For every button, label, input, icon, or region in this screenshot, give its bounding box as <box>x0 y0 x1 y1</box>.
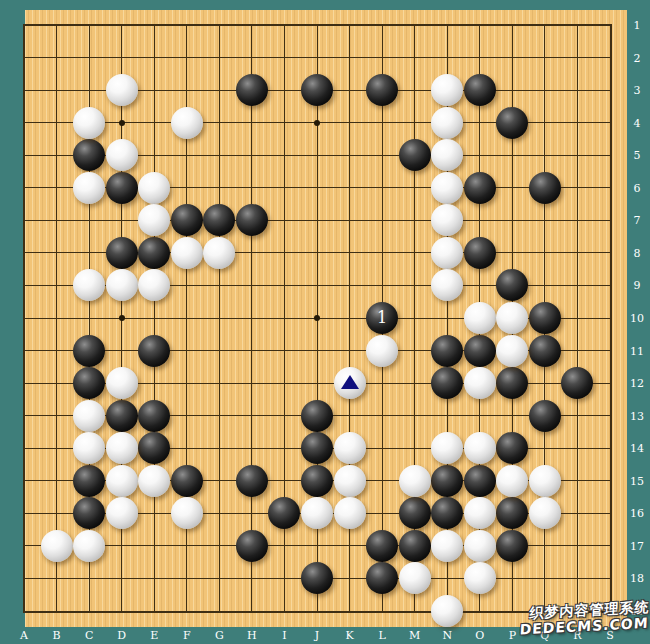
stone-black-E8[interactable] <box>138 237 170 269</box>
stone-white-O14[interactable] <box>464 432 496 464</box>
row-label-16: 16 <box>630 508 644 519</box>
stone-black-M16[interactable] <box>399 497 431 529</box>
row-label-9: 9 <box>634 280 641 291</box>
row-label-4: 4 <box>634 117 641 128</box>
stone-black-H7[interactable] <box>236 204 268 236</box>
row-label-1: 1 <box>634 20 641 31</box>
stone-white-C6[interactable] <box>73 172 105 204</box>
row-label-10: 10 <box>630 313 644 324</box>
column-label-G: G <box>215 630 224 641</box>
stone-black-N15[interactable] <box>431 465 463 497</box>
move-number-label: 1 <box>377 310 387 326</box>
stone-black-E13[interactable] <box>138 400 170 432</box>
dedecms-watermark: 织梦内容管理系统 DEDECMS.COM <box>519 599 650 637</box>
stone-black-P17[interactable] <box>496 530 528 562</box>
stone-black-C15[interactable] <box>73 465 105 497</box>
stone-black-P4[interactable] <box>496 107 528 139</box>
stone-black-F7[interactable] <box>171 204 203 236</box>
column-label-M: M <box>409 630 420 641</box>
stone-black-H15[interactable] <box>236 465 268 497</box>
stone-black-F15[interactable] <box>171 465 203 497</box>
stone-black-C12[interactable] <box>73 367 105 399</box>
star-point-J4 <box>314 120 320 126</box>
stone-black-Q11[interactable] <box>529 335 561 367</box>
stone-black-J3[interactable] <box>301 74 333 106</box>
stone-black-Q6[interactable] <box>529 172 561 204</box>
stone-white-F4[interactable] <box>171 107 203 139</box>
stone-white-C17[interactable] <box>73 530 105 562</box>
row-label-12: 12 <box>630 378 644 389</box>
stone-black-L10[interactable]: 1 <box>366 302 398 334</box>
row-label-11: 11 <box>630 345 644 356</box>
stone-white-F8[interactable] <box>171 237 203 269</box>
column-label-I: I <box>282 630 286 641</box>
stone-white-O10[interactable] <box>464 302 496 334</box>
row-label-14: 14 <box>630 443 644 454</box>
column-label-E: E <box>150 630 158 641</box>
stone-black-J15[interactable] <box>301 465 333 497</box>
stone-white-K16[interactable] <box>334 497 366 529</box>
stone-black-H3[interactable] <box>236 74 268 106</box>
stone-black-H17[interactable] <box>236 530 268 562</box>
stone-black-M5[interactable] <box>399 139 431 171</box>
column-label-B: B <box>53 630 61 641</box>
column-label-P: P <box>509 630 516 641</box>
row-label-17: 17 <box>630 540 644 551</box>
stone-black-D8[interactable] <box>106 237 138 269</box>
stone-black-O11[interactable] <box>464 335 496 367</box>
stone-white-N4[interactable] <box>431 107 463 139</box>
stone-white-Q15[interactable] <box>529 465 561 497</box>
row-label-5: 5 <box>634 150 641 161</box>
column-label-H: H <box>247 630 257 641</box>
row-label-8: 8 <box>634 247 641 258</box>
row-label-18: 18 <box>630 573 644 584</box>
stone-black-O6[interactable] <box>464 172 496 204</box>
star-point-J10 <box>314 315 320 321</box>
column-label-O: O <box>475 630 484 641</box>
stone-white-P15[interactable] <box>496 465 528 497</box>
stone-white-D15[interactable] <box>106 465 138 497</box>
stone-white-B17[interactable] <box>41 530 73 562</box>
stone-white-E6[interactable] <box>138 172 170 204</box>
stone-white-O16[interactable] <box>464 497 496 529</box>
stone-white-O17[interactable] <box>464 530 496 562</box>
column-label-K: K <box>345 630 353 641</box>
stone-black-D13[interactable] <box>106 400 138 432</box>
stone-white-N17[interactable] <box>431 530 463 562</box>
stone-black-Q13[interactable] <box>529 400 561 432</box>
stone-white-C4[interactable] <box>73 107 105 139</box>
star-point-D4 <box>119 120 125 126</box>
row-label-2: 2 <box>634 52 641 63</box>
stone-white-D3[interactable] <box>106 74 138 106</box>
column-label-D: D <box>117 630 126 641</box>
stone-black-D6[interactable] <box>106 172 138 204</box>
row-label-3: 3 <box>634 85 641 96</box>
stone-white-P11[interactable] <box>496 335 528 367</box>
stone-black-O8[interactable] <box>464 237 496 269</box>
stone-white-O12[interactable] <box>464 367 496 399</box>
stone-white-M18[interactable] <box>399 562 431 594</box>
stone-white-O18[interactable] <box>464 562 496 594</box>
stone-white-G8[interactable] <box>203 237 235 269</box>
column-label-L: L <box>378 630 385 641</box>
stone-white-N8[interactable] <box>431 237 463 269</box>
stone-black-M17[interactable] <box>399 530 431 562</box>
stone-black-C11[interactable] <box>73 335 105 367</box>
stone-white-D12[interactable] <box>106 367 138 399</box>
stone-white-D14[interactable] <box>106 432 138 464</box>
column-label-F: F <box>183 630 191 641</box>
stone-white-F16[interactable] <box>171 497 203 529</box>
stone-white-K14[interactable] <box>334 432 366 464</box>
column-label-N: N <box>442 630 452 641</box>
star-point-D10 <box>119 315 125 321</box>
stone-white-Q16[interactable] <box>529 497 561 529</box>
stone-white-L11[interactable] <box>366 335 398 367</box>
row-label-6: 6 <box>634 182 641 193</box>
stone-white-D9[interactable] <box>106 269 138 301</box>
stone-black-J13[interactable] <box>301 400 333 432</box>
stone-black-L3[interactable] <box>366 74 398 106</box>
stone-white-D16[interactable] <box>106 497 138 529</box>
go-diagram-page: 1 ABCDEFGHIJKLMNOPQRS 123456789101112131… <box>0 0 650 644</box>
stone-black-O15[interactable] <box>464 465 496 497</box>
column-label-C: C <box>85 630 93 641</box>
stone-white-N19[interactable] <box>431 595 463 627</box>
stone-black-Q10[interactable] <box>529 302 561 334</box>
row-label-13: 13 <box>630 410 644 421</box>
stone-black-L17[interactable] <box>366 530 398 562</box>
row-label-7: 7 <box>634 215 641 226</box>
stone-white-M15[interactable] <box>399 465 431 497</box>
column-label-A: A <box>20 630 28 641</box>
stone-black-J14[interactable] <box>301 432 333 464</box>
stone-black-E11[interactable] <box>138 335 170 367</box>
stone-white-N6[interactable] <box>431 172 463 204</box>
triangle-marker-icon <box>341 375 359 389</box>
stone-black-O3[interactable] <box>464 74 496 106</box>
stone-white-D5[interactable] <box>106 139 138 171</box>
stone-white-C13[interactable] <box>73 400 105 432</box>
row-label-15: 15 <box>630 475 644 486</box>
stone-white-E15[interactable] <box>138 465 170 497</box>
stone-white-K12[interactable] <box>334 367 366 399</box>
stone-white-K15[interactable] <box>334 465 366 497</box>
column-label-J: J <box>315 630 319 641</box>
stone-black-N11[interactable] <box>431 335 463 367</box>
